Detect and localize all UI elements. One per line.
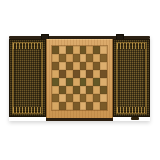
board-square[interactable] bbox=[66, 86, 73, 94]
side-panel-left bbox=[9, 39, 46, 117]
board-square[interactable] bbox=[86, 78, 93, 86]
board-square[interactable] bbox=[93, 78, 100, 86]
board-square[interactable] bbox=[52, 70, 59, 78]
board-square[interactable] bbox=[73, 54, 80, 62]
board-square[interactable] bbox=[59, 78, 66, 86]
board-square[interactable] bbox=[100, 78, 107, 86]
board-square[interactable] bbox=[66, 54, 73, 62]
product-photo bbox=[0, 0, 160, 160]
board-square[interactable] bbox=[86, 54, 93, 62]
panel-inlay-band bbox=[117, 107, 146, 113]
board-square[interactable] bbox=[59, 94, 66, 102]
board-square[interactable] bbox=[66, 78, 73, 86]
board-square[interactable] bbox=[80, 94, 87, 102]
board-square[interactable] bbox=[73, 86, 80, 94]
board-square[interactable] bbox=[100, 54, 107, 62]
case-bottom-edge bbox=[46, 118, 113, 121]
board-square[interactable] bbox=[52, 54, 59, 62]
game-case bbox=[9, 36, 150, 121]
side-panel-right bbox=[113, 39, 150, 117]
panel-frame bbox=[12, 42, 43, 114]
board-square[interactable] bbox=[66, 70, 73, 78]
chessboard[interactable] bbox=[52, 46, 107, 110]
board-square[interactable] bbox=[93, 86, 100, 94]
board-square[interactable] bbox=[66, 94, 73, 102]
board-square[interactable] bbox=[73, 62, 80, 70]
board-square[interactable] bbox=[73, 94, 80, 102]
panel-inlay-band bbox=[13, 43, 42, 49]
board-square[interactable] bbox=[100, 62, 107, 70]
board-square[interactable] bbox=[86, 86, 93, 94]
board-square[interactable] bbox=[86, 70, 93, 78]
board-square[interactable] bbox=[93, 102, 100, 110]
board-square[interactable] bbox=[80, 46, 87, 54]
clasp bbox=[131, 117, 139, 120]
board-square[interactable] bbox=[59, 54, 66, 62]
board-square[interactable] bbox=[52, 62, 59, 70]
board-square[interactable] bbox=[73, 46, 80, 54]
board-square[interactable] bbox=[59, 62, 66, 70]
board-square[interactable] bbox=[73, 70, 80, 78]
board-square[interactable] bbox=[100, 86, 107, 94]
board-square[interactable] bbox=[66, 62, 73, 70]
board-square[interactable] bbox=[59, 102, 66, 110]
board-square[interactable] bbox=[80, 62, 87, 70]
board-square[interactable] bbox=[73, 78, 80, 86]
board-square[interactable] bbox=[52, 46, 59, 54]
board-square[interactable] bbox=[100, 102, 107, 110]
board-square[interactable] bbox=[93, 70, 100, 78]
board-square[interactable] bbox=[86, 102, 93, 110]
board-square[interactable] bbox=[93, 54, 100, 62]
board-square[interactable] bbox=[73, 102, 80, 110]
board-square[interactable] bbox=[59, 86, 66, 94]
board-square[interactable] bbox=[52, 78, 59, 86]
board-square[interactable] bbox=[80, 86, 87, 94]
board-square[interactable] bbox=[100, 46, 107, 54]
board-square[interactable] bbox=[66, 46, 73, 54]
board-square[interactable] bbox=[86, 46, 93, 54]
board-square[interactable] bbox=[80, 54, 87, 62]
board-square[interactable] bbox=[93, 62, 100, 70]
chessboard-panel bbox=[46, 39, 113, 121]
board-square[interactable] bbox=[59, 46, 66, 54]
board-square[interactable] bbox=[86, 62, 93, 70]
board-square[interactable] bbox=[80, 70, 87, 78]
board-square[interactable] bbox=[52, 94, 59, 102]
board-square[interactable] bbox=[52, 86, 59, 94]
board-square[interactable] bbox=[52, 102, 59, 110]
board-square[interactable] bbox=[59, 70, 66, 78]
board-square[interactable] bbox=[66, 102, 73, 110]
board-square[interactable] bbox=[100, 94, 107, 102]
board-square[interactable] bbox=[100, 70, 107, 78]
panel-frame bbox=[116, 42, 147, 114]
panel-inlay-band bbox=[117, 43, 146, 49]
board-square[interactable] bbox=[93, 94, 100, 102]
board-square[interactable] bbox=[80, 102, 87, 110]
panel-inlay-band bbox=[13, 107, 42, 113]
board-square[interactable] bbox=[86, 94, 93, 102]
board-square[interactable] bbox=[80, 78, 87, 86]
board-square[interactable] bbox=[93, 46, 100, 54]
